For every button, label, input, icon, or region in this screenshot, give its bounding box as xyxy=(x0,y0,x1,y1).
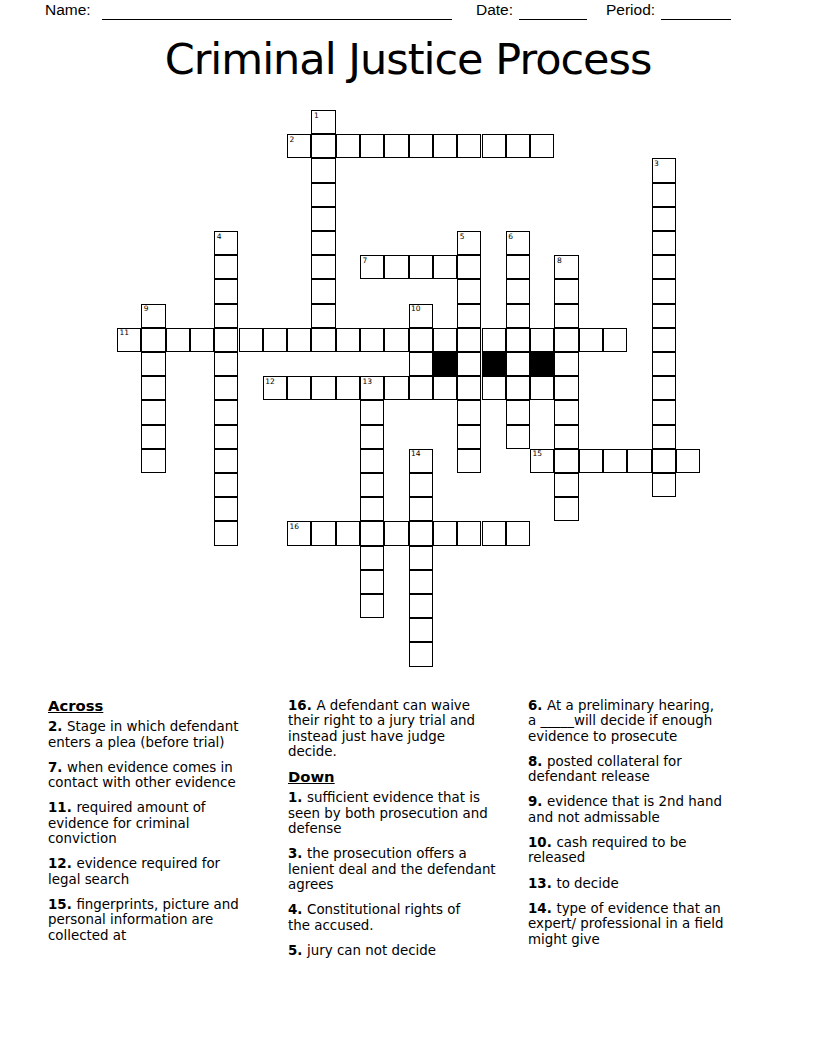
clue-text: Stage in which defendant enters a plea (… xyxy=(48,719,238,749)
grid-cell-r5c4[interactable]: 4 xyxy=(214,231,238,255)
grid-cell-r8c1[interactable]: 9 xyxy=(141,304,165,328)
grid-cell-r1c9[interactable] xyxy=(336,134,360,158)
clue-across-7: 7. when evidence comes in contact with o… xyxy=(48,760,285,791)
grid-cell-r9c13[interactable] xyxy=(433,328,457,352)
clue-across-16: 16. A defendant can waive their right to… xyxy=(288,698,525,759)
clue-number-label: 4. xyxy=(288,902,307,917)
grid-cell-r10c14[interactable] xyxy=(457,352,481,376)
grid-cell-r17c13[interactable] xyxy=(433,521,457,545)
grid-cell-r11c12[interactable] xyxy=(409,376,433,400)
period-blank-line[interactable] xyxy=(661,4,731,20)
clue-down-10: 10. cash required to be released xyxy=(528,835,765,866)
grid-cell-r10c16[interactable] xyxy=(506,352,530,376)
grid-cell-r20c12[interactable] xyxy=(409,594,433,618)
grid-cell-r5c22[interactable] xyxy=(652,231,676,255)
grid-cell-r4c22[interactable] xyxy=(652,207,676,231)
grid-cell-r17c4[interactable] xyxy=(214,521,238,545)
grid-cell-r8c14[interactable] xyxy=(457,304,481,328)
grid-cell-r13c18[interactable] xyxy=(554,425,578,449)
grid-cell-r19c10[interactable] xyxy=(360,570,384,594)
cell-number-1: 1 xyxy=(314,112,319,120)
grid-cell-r4c8[interactable] xyxy=(311,207,335,231)
grid-cell-r11c1[interactable] xyxy=(141,376,165,400)
grid-cell-r10c1[interactable] xyxy=(141,352,165,376)
clue-number-label: 9. xyxy=(528,794,547,809)
grid-cell-r12c16[interactable] xyxy=(506,400,530,424)
grid-cell-r10c4[interactable] xyxy=(214,352,238,376)
grid-cell-r14c19[interactable] xyxy=(579,449,603,473)
clue-text: sufficient evidence that is seen by both… xyxy=(288,790,488,836)
grid-cell-r16c18[interactable] xyxy=(554,497,578,521)
grid-cell-r8c22[interactable] xyxy=(652,304,676,328)
clue-number-label: 1. xyxy=(288,790,307,805)
clues-heading-across: Across xyxy=(48,698,285,713)
clue-down-5: 5. jury can not decide xyxy=(288,943,525,958)
grid-cell-r12c22[interactable] xyxy=(652,400,676,424)
grid-cell-r2c8[interactable] xyxy=(311,158,335,182)
name-blank-line[interactable] xyxy=(102,4,452,20)
grid-cell-r1c11[interactable] xyxy=(384,134,408,158)
clues-heading-down: Down xyxy=(288,769,525,784)
grid-cell-r3c8[interactable] xyxy=(311,183,335,207)
grid-cell-r14c22[interactable] xyxy=(652,449,676,473)
date-label: Date: xyxy=(476,1,513,19)
clue-down-3: 3. the prosecution offers a lenient deal… xyxy=(288,846,525,892)
grid-cell-r14c18[interactable] xyxy=(554,449,578,473)
grid-cell-r8c8[interactable] xyxy=(311,304,335,328)
cell-number-16: 16 xyxy=(290,523,300,531)
grid-cell-r1c16[interactable] xyxy=(506,134,530,158)
grid-cell-r13c22[interactable] xyxy=(652,425,676,449)
clue-text: Constitutional rights of the accused. xyxy=(288,902,460,932)
grid-cell-r1c17[interactable] xyxy=(530,134,554,158)
grid-cell-r11c16[interactable] xyxy=(506,376,530,400)
grid-cell-r14c21[interactable] xyxy=(627,449,651,473)
grid-cell-r14c23[interactable] xyxy=(676,449,700,473)
clue-number-label: 11. xyxy=(48,800,76,815)
grid-cell-r14c1[interactable] xyxy=(141,449,165,473)
grid-cell-r11c9[interactable] xyxy=(336,376,360,400)
grid-cell-r6c4[interactable] xyxy=(214,255,238,279)
grid-cell-r0c8[interactable]: 1 xyxy=(311,110,335,134)
grid-cell-r8c4[interactable] xyxy=(214,304,238,328)
grid-cell-r15c12[interactable] xyxy=(409,473,433,497)
grid-cell-r14c10[interactable] xyxy=(360,449,384,473)
clue-text: fingerprints, picture and personal infor… xyxy=(48,897,239,943)
grid-cell-r8c18[interactable] xyxy=(554,304,578,328)
clue-down-8: 8. posted collateral for defendant relea… xyxy=(528,754,765,785)
grid-cell-r6c13[interactable] xyxy=(433,255,457,279)
grid-cell-r11c15[interactable] xyxy=(482,376,506,400)
grid-cell-r1c12[interactable] xyxy=(409,134,433,158)
grid-cell-r9c3[interactable] xyxy=(190,328,214,352)
grid-cell-r9c1[interactable] xyxy=(141,328,165,352)
name-label: Name: xyxy=(45,1,91,19)
grid-cell-r7c18[interactable] xyxy=(554,279,578,303)
grid-cell-r9c12[interactable] xyxy=(409,328,433,352)
grid-cell-r9c11[interactable] xyxy=(384,328,408,352)
cell-number-3: 3 xyxy=(654,160,659,168)
clue-number-label: 8. xyxy=(528,754,547,769)
grid-cell-r9c5[interactable] xyxy=(239,328,263,352)
grid-cell-r1c14[interactable] xyxy=(457,134,481,158)
grid-cell-r7c16[interactable] xyxy=(506,279,530,303)
worksheet-page: Name: Date: Period: Criminal Justice Pro… xyxy=(0,0,816,1056)
grid-cell-r9c19[interactable] xyxy=(579,328,603,352)
grid-cell-r11c11[interactable] xyxy=(384,376,408,400)
grid-cell-r15c4[interactable] xyxy=(214,473,238,497)
grid-cell-r7c22[interactable] xyxy=(652,279,676,303)
cell-number-4: 4 xyxy=(217,233,222,241)
cell-number-7: 7 xyxy=(363,257,368,265)
clue-down-1: 1. sufficient evidence that is seen by b… xyxy=(288,790,525,836)
grid-cell-r9c6[interactable] xyxy=(263,328,287,352)
grid-cell-r9c2[interactable] xyxy=(166,328,190,352)
grid-cell-r13c10[interactable] xyxy=(360,425,384,449)
grid-cell-r3c22[interactable] xyxy=(652,183,676,207)
clue-number-label: 2. xyxy=(48,719,67,734)
grid-cell-r16c4[interactable] xyxy=(214,497,238,521)
clue-number-label: 7. xyxy=(48,760,67,775)
grid-cell-r9c15[interactable] xyxy=(482,328,506,352)
grid-cell-r6c10[interactable]: 7 xyxy=(360,255,384,279)
grid-cell-r9c17[interactable] xyxy=(530,328,554,352)
cell-number-13: 13 xyxy=(363,378,373,386)
grid-cell-r11c4[interactable] xyxy=(214,376,238,400)
clue-text: the prosecution offers a lenient deal an… xyxy=(288,846,496,892)
grid-cell-r7c8[interactable] xyxy=(311,279,335,303)
clue-number-label: 13. xyxy=(528,876,556,891)
black-cell-r10c17 xyxy=(530,352,554,376)
grid-cell-r9c22[interactable] xyxy=(652,328,676,352)
grid-cell-r5c8[interactable] xyxy=(311,231,335,255)
cell-number-14: 14 xyxy=(411,450,421,458)
cell-number-11: 11 xyxy=(120,329,130,337)
clue-number-label: 15. xyxy=(48,897,76,912)
grid-cell-r18c10[interactable] xyxy=(360,546,384,570)
grid-cell-r13c16[interactable] xyxy=(506,425,530,449)
date-blank-line[interactable] xyxy=(519,4,587,20)
grid-cell-r14c12[interactable]: 14 xyxy=(409,449,433,473)
grid-cell-r9c0[interactable]: 11 xyxy=(117,328,141,352)
grid-cell-r19c12[interactable] xyxy=(409,570,433,594)
clue-text: posted collateral for defendant release xyxy=(528,754,682,784)
grid-cell-r9c9[interactable] xyxy=(336,328,360,352)
grid-cell-r17c10[interactable] xyxy=(360,521,384,545)
grid-cell-r6c11[interactable] xyxy=(384,255,408,279)
grid-cell-r8c12[interactable]: 10 xyxy=(409,304,433,328)
period-label: Period: xyxy=(606,1,655,19)
grid-cell-r6c8[interactable] xyxy=(311,255,335,279)
grid-cell-r17c11[interactable] xyxy=(384,521,408,545)
grid-cell-r11c7[interactable] xyxy=(287,376,311,400)
cell-number-2: 2 xyxy=(290,136,295,144)
clue-number-label: 6. xyxy=(528,698,547,713)
clue-across-12: 12. evidence required for legal search xyxy=(48,856,285,887)
clue-across-15: 15. fingerprints, picture and personal i… xyxy=(48,897,285,943)
grid-cell-r12c1[interactable] xyxy=(141,400,165,424)
grid-cell-r13c1[interactable] xyxy=(141,425,165,449)
grid-cell-r13c4[interactable] xyxy=(214,425,238,449)
grid-cell-r17c7[interactable]: 16 xyxy=(287,521,311,545)
clue-number-label: 10. xyxy=(528,835,556,850)
cell-number-15: 15 xyxy=(533,450,543,458)
grid-cell-r18c12[interactable] xyxy=(409,546,433,570)
grid-cell-r16c12[interactable] xyxy=(409,497,433,521)
grid-cell-r11c17[interactable] xyxy=(530,376,554,400)
grid-cell-r21c12[interactable] xyxy=(409,618,433,642)
clue-text: A defendant can waive their right to a j… xyxy=(288,698,475,759)
clue-across-2: 2. Stage in which defendant enters a ple… xyxy=(48,719,285,750)
black-cell-r10c15 xyxy=(482,352,506,376)
cell-number-9: 9 xyxy=(144,305,149,313)
grid-cell-r6c16[interactable] xyxy=(506,255,530,279)
grid-cell-r9c14[interactable] xyxy=(457,328,481,352)
grid-cell-r7c4[interactable] xyxy=(214,279,238,303)
grid-cell-r11c6[interactable]: 12 xyxy=(263,376,287,400)
clue-text: to decide xyxy=(556,876,618,891)
grid-cell-r16c10[interactable] xyxy=(360,497,384,521)
grid-cell-r9c4[interactable] xyxy=(214,328,238,352)
grid-cell-r5c14[interactable]: 5 xyxy=(457,231,481,255)
grid-cell-r7c14[interactable] xyxy=(457,279,481,303)
grid-cell-r9c18[interactable] xyxy=(554,328,578,352)
grid-cell-r17c15[interactable] xyxy=(482,521,506,545)
grid-cell-r22c12[interactable] xyxy=(409,642,433,666)
grid-cell-r14c14[interactable] xyxy=(457,449,481,473)
grid-cell-r14c17[interactable]: 15 xyxy=(530,449,554,473)
grid-cell-r20c10[interactable] xyxy=(360,594,384,618)
grid-cell-r11c14[interactable] xyxy=(457,376,481,400)
grid-cell-r1c13[interactable] xyxy=(433,134,457,158)
clue-number-label: 12. xyxy=(48,856,76,871)
grid-cell-r2c22[interactable]: 3 xyxy=(652,158,676,182)
grid-cell-r6c18[interactable]: 8 xyxy=(554,255,578,279)
clue-down-4: 4. Constitutional rights of the accused. xyxy=(288,902,525,933)
grid-cell-r6c14[interactable] xyxy=(457,255,481,279)
grid-cell-r15c18[interactable] xyxy=(554,473,578,497)
grid-cell-r12c4[interactable] xyxy=(214,400,238,424)
clue-down-14: 14. type of evidence that an expert/ pro… xyxy=(528,901,765,947)
cell-number-8: 8 xyxy=(557,257,562,265)
grid-cell-r12c10[interactable] xyxy=(360,400,384,424)
clue-number-label: 3. xyxy=(288,846,307,861)
black-cell-r10c13 xyxy=(433,352,457,376)
grid-cell-r9c7[interactable] xyxy=(287,328,311,352)
grid-cell-r17c16[interactable] xyxy=(506,521,530,545)
grid-cell-r9c8[interactable] xyxy=(311,328,335,352)
grid-cell-r10c12[interactable] xyxy=(409,352,433,376)
grid-cell-r12c18[interactable] xyxy=(554,400,578,424)
grid-cell-r17c12[interactable] xyxy=(409,521,433,545)
clue-text: when evidence comes in contact with othe… xyxy=(48,760,236,790)
grid-cell-r11c13[interactable] xyxy=(433,376,457,400)
clue-number-label: 5. xyxy=(288,943,307,958)
clue-number-label: 16. xyxy=(288,698,316,713)
clue-column-1: Across2. Stage in which defendant enters… xyxy=(48,698,285,953)
cell-number-6: 6 xyxy=(508,233,513,241)
grid-cell-r10c22[interactable] xyxy=(652,352,676,376)
clue-text: evidence that is 2nd hand and not admiss… xyxy=(528,794,722,824)
grid-cell-r11c10[interactable]: 13 xyxy=(360,376,384,400)
grid-cell-r15c22[interactable] xyxy=(652,473,676,497)
grid-cell-r12c14[interactable] xyxy=(457,400,481,424)
grid-cell-r14c20[interactable] xyxy=(603,449,627,473)
grid-cell-r1c7[interactable]: 2 xyxy=(287,134,311,158)
grid-cell-r9c20[interactable] xyxy=(603,328,627,352)
grid-cell-r17c14[interactable] xyxy=(457,521,481,545)
clue-column-3: 6. At a preliminary hearing, a _____will… xyxy=(528,698,765,957)
clue-column-2: 16. A defendant can waive their right to… xyxy=(288,698,525,968)
grid-cell-r9c10[interactable] xyxy=(360,328,384,352)
grid-cell-r10c18[interactable] xyxy=(554,352,578,376)
grid-cell-r5c16[interactable]: 6 xyxy=(506,231,530,255)
grid-cell-r9c16[interactable] xyxy=(506,328,530,352)
grid-cell-r11c8[interactable] xyxy=(311,376,335,400)
grid-cell-r1c8[interactable] xyxy=(311,134,335,158)
grid-cell-r14c4[interactable] xyxy=(214,449,238,473)
clue-across-11: 11. required amount of evidence for crim… xyxy=(48,800,285,846)
grid-cell-r1c10[interactable] xyxy=(360,134,384,158)
clue-number-label: 14. xyxy=(528,901,556,916)
grid-cell-r11c18[interactable] xyxy=(554,376,578,400)
crossword-grid: 12345678910111213141516 xyxy=(117,110,701,667)
grid-cell-r17c9[interactable] xyxy=(336,521,360,545)
grid-cell-r6c12[interactable] xyxy=(409,255,433,279)
clue-down-13: 13. to decide xyxy=(528,876,765,891)
clue-down-9: 9. evidence that is 2nd hand and not adm… xyxy=(528,794,765,825)
cell-number-5: 5 xyxy=(460,233,465,241)
grid-cell-r17c8[interactable] xyxy=(311,521,335,545)
clue-text: At a preliminary hearing, a _____will de… xyxy=(528,698,714,744)
grid-cell-r6c22[interactable] xyxy=(652,255,676,279)
clue-text: type of evidence that an expert/ profess… xyxy=(528,901,723,947)
grid-cell-r13c14[interactable] xyxy=(457,425,481,449)
clue-text: jury can not decide xyxy=(307,943,436,958)
grid-cell-r15c10[interactable] xyxy=(360,473,384,497)
grid-cell-r8c16[interactable] xyxy=(506,304,530,328)
page-title: Criminal Justice Process xyxy=(0,34,816,84)
cell-number-12: 12 xyxy=(265,378,275,386)
grid-cell-r11c22[interactable] xyxy=(652,376,676,400)
cell-number-10: 10 xyxy=(411,305,421,313)
clue-down-6: 6. At a preliminary hearing, a _____will… xyxy=(528,698,765,744)
grid-cell-r1c15[interactable] xyxy=(482,134,506,158)
